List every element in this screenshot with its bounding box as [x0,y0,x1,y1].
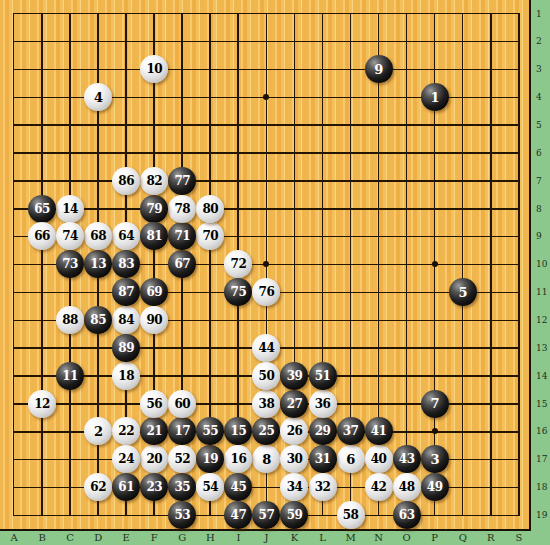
row-label-5: 5 [531,111,550,139]
stone-black-I16-move-15: 15 [224,417,252,445]
stone-black-D12-move-85: 85 [84,306,112,334]
stone-black-C10-move-73: 73 [56,250,84,278]
stone-black-G18-move-35: 35 [168,473,196,501]
stone-white-I17-move-16: 16 [224,445,252,473]
stone-white-E7-move-86: 86 [112,167,140,195]
stone-white-D18-move-62: 62 [84,473,112,501]
col-label-M: M [345,532,355,543]
stone-black-P18-move-49: 49 [421,473,449,501]
stone-white-J14-move-50: 50 [252,362,280,390]
stone-black-G19-move-53: 53 [168,501,196,529]
stone-white-H9-move-70: 70 [196,222,224,250]
stone-black-N3-move-9: 9 [365,55,393,83]
stone-black-F18-move-23: 23 [140,473,168,501]
stone-white-N17-move-40: 40 [365,445,393,473]
stone-black-P15-move-7: 7 [421,390,449,418]
row-label-6: 6 [531,139,550,167]
row-label-15: 15 [531,390,550,418]
col-label-L: L [319,532,326,543]
row-label-3: 3 [531,55,550,83]
stone-white-B9-move-66: 66 [28,222,56,250]
go-kifu-diagram: 1234567891011121314151617181920212223242… [0,0,550,545]
stone-black-F16-move-21: 21 [140,417,168,445]
col-label-Q: Q [459,532,467,543]
stone-black-E10-move-83: 83 [112,250,140,278]
col-label-I: I [236,532,240,543]
stone-black-I11-move-75: 75 [224,278,252,306]
col-label-G: G [178,532,186,543]
stone-black-E18-move-61: 61 [112,473,140,501]
stone-black-L17-move-31: 31 [309,445,337,473]
stone-white-F7-move-82: 82 [140,167,168,195]
stone-white-J17-move-8: 8 [252,445,280,473]
row-label-10: 10 [531,250,550,278]
row-label-16: 16 [531,418,550,446]
col-label-S: S [515,532,522,543]
stone-white-K16-move-26: 26 [280,417,308,445]
stone-white-J15-move-38: 38 [252,390,280,418]
stone-black-E11-move-87: 87 [112,278,140,306]
stone-black-L16-move-29: 29 [309,417,337,445]
col-label-C: C [66,532,74,543]
stones-layer: 1234567891011121314151617181920212223242… [0,0,533,529]
stone-black-M16-move-37: 37 [337,417,365,445]
stone-white-E16-move-22: 22 [112,417,140,445]
stone-black-O17-move-43: 43 [393,445,421,473]
stone-white-O18-move-48: 48 [393,473,421,501]
stone-white-C8-move-14: 14 [56,195,84,223]
stone-black-K14-move-39: 39 [280,362,308,390]
stone-black-F11-move-69: 69 [140,278,168,306]
row-label-12: 12 [531,306,550,334]
row-label-4: 4 [531,83,550,111]
stone-black-P4-move-1: 1 [421,83,449,111]
stone-black-G10-move-67: 67 [168,250,196,278]
stone-white-L18-move-32: 32 [309,473,337,501]
stone-white-L15-move-36: 36 [309,390,337,418]
stone-black-I18-move-45: 45 [224,473,252,501]
stone-white-E14-move-18: 18 [112,362,140,390]
stone-black-G9-move-71: 71 [168,222,196,250]
stone-white-H8-move-80: 80 [196,195,224,223]
stone-black-P17-move-3: 3 [421,445,449,473]
stone-white-G15-move-60: 60 [168,390,196,418]
stone-black-H16-move-55: 55 [196,417,224,445]
stone-white-J11-move-76: 76 [252,278,280,306]
stone-black-K19-move-59: 59 [280,501,308,529]
row-label-14: 14 [531,362,550,390]
col-label-R: R [487,532,495,543]
stone-white-F17-move-20: 20 [140,445,168,473]
stone-white-K17-move-30: 30 [280,445,308,473]
stone-black-L14-move-51: 51 [309,362,337,390]
stone-white-G8-move-78: 78 [168,195,196,223]
stone-black-D10-move-13: 13 [84,250,112,278]
col-label-J: J [264,532,268,543]
row-label-9: 9 [531,222,550,250]
row-label-13: 13 [531,334,550,362]
col-label-K: K [291,532,298,543]
stone-white-E9-move-64: 64 [112,222,140,250]
col-label-P: P [431,532,438,543]
stone-white-D16-move-2: 2 [84,417,112,445]
col-label-B: B [38,532,45,543]
stone-white-H18-move-54: 54 [196,473,224,501]
stone-white-N18-move-42: 42 [365,473,393,501]
stone-white-I10-move-72: 72 [224,250,252,278]
stone-black-O19-move-63: 63 [393,501,421,529]
stone-white-D4-move-4: 4 [84,83,112,111]
stone-black-E13-move-89: 89 [112,334,140,362]
stone-black-I19-move-47: 47 [224,501,252,529]
stone-black-Q11-move-5: 5 [449,278,477,306]
stone-white-F12-move-90: 90 [140,306,168,334]
row-coordinate-labels: 12345678910111213141516171819 [531,0,550,529]
stone-black-B8-move-65: 65 [28,195,56,223]
col-label-F: F [151,532,158,543]
stone-white-D9-move-68: 68 [84,222,112,250]
stone-black-J19-move-57: 57 [252,501,280,529]
stone-white-M19-move-58: 58 [337,501,365,529]
row-label-7: 7 [531,167,550,195]
stone-black-F9-move-81: 81 [140,222,168,250]
row-label-18: 18 [531,473,550,501]
stone-white-F15-move-56: 56 [140,390,168,418]
stone-white-J13-move-44: 44 [252,334,280,362]
stone-black-H17-move-19: 19 [196,445,224,473]
stone-black-G16-move-17: 17 [168,417,196,445]
row-label-17: 17 [531,445,550,473]
row-label-8: 8 [531,195,550,223]
stone-black-G7-move-77: 77 [168,167,196,195]
stone-black-F8-move-79: 79 [140,195,168,223]
row-label-1: 1 [531,0,550,27]
column-coordinate-labels: ABCDEFGHIJKLMNOPQRS [0,530,533,545]
stone-black-J16-move-25: 25 [252,417,280,445]
col-label-D: D [94,532,102,543]
stone-white-C9-move-74: 74 [56,222,84,250]
col-label-A: A [10,532,17,543]
stone-black-K15-move-27: 27 [280,390,308,418]
stone-white-E17-move-24: 24 [112,445,140,473]
stone-white-F3-move-10: 10 [140,55,168,83]
stone-white-B15-move-12: 12 [28,390,56,418]
col-label-N: N [374,532,383,543]
stone-white-C12-move-88: 88 [56,306,84,334]
stone-white-K18-move-34: 34 [280,473,308,501]
col-label-E: E [123,532,130,543]
stone-white-E12-move-84: 84 [112,306,140,334]
stone-white-M17-move-6: 6 [337,445,365,473]
stone-black-N16-move-41: 41 [365,417,393,445]
row-label-19: 19 [531,501,550,529]
col-label-H: H [206,532,215,543]
row-label-2: 2 [531,27,550,55]
row-label-11: 11 [531,278,550,306]
stone-black-C14-move-11: 11 [56,362,84,390]
stone-white-G17-move-52: 52 [168,445,196,473]
col-label-O: O [403,532,411,543]
